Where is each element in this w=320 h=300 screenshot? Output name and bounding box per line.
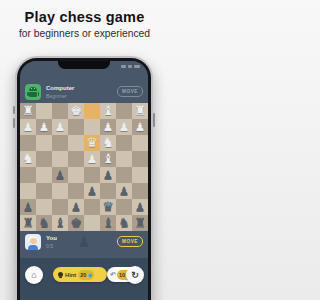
square-e5[interactable]: ♟: [84, 151, 100, 167]
bottom-toolbar: ⌂ Hint 20 ◆ ↶ 10 ◆ ↻: [20, 258, 148, 300]
square-b2[interactable]: [36, 199, 52, 215]
hint-label: Hint: [65, 272, 76, 278]
square-a6[interactable]: [20, 135, 36, 151]
piece-white-pawn: ♟: [23, 119, 33, 135]
battery-icon: [134, 65, 140, 68]
square-f5[interactable]: ♝: [100, 151, 116, 167]
square-f4[interactable]: ♟: [100, 167, 116, 183]
hint-button[interactable]: Hint 20 ◆: [53, 267, 107, 282]
square-f2[interactable]: ♛: [100, 199, 116, 215]
signal-icon: [121, 65, 126, 68]
piece-black-pawn: ♟: [87, 183, 97, 199]
page-subtitle: for beginners or experienced: [0, 28, 169, 39]
power-button: [153, 113, 155, 127]
square-c1[interactable]: ♝: [52, 215, 68, 231]
piece-white-pawn: ♟: [87, 151, 97, 167]
square-d3[interactable]: [68, 183, 84, 199]
piece-white-pawn: ♟: [119, 119, 129, 135]
square-f8[interactable]: ♝: [100, 103, 116, 119]
square-e7[interactable]: [84, 119, 100, 135]
piece-white-pawn: ♟: [55, 119, 65, 135]
square-g6[interactable]: [116, 135, 132, 151]
piece-black-rook: ♜: [22, 215, 34, 231]
gem-icon: ◆: [87, 272, 92, 278]
piece-black-pawn: ♟: [71, 199, 81, 215]
piece-black-rook: ♜: [134, 215, 146, 231]
square-h5[interactable]: [132, 151, 148, 167]
home-button[interactable]: ⌂: [25, 266, 43, 284]
undo-icon: ↶: [110, 271, 116, 279]
piece-black-pawn: ♟: [103, 167, 113, 183]
square-d1[interactable]: ♚: [68, 215, 84, 231]
square-e2[interactable]: [84, 199, 100, 215]
square-f1[interactable]: ♝: [100, 215, 116, 231]
square-f6[interactable]: ♞: [100, 135, 116, 151]
phone-frame: Computer Beginner MOVE ♜♚♝♜♟♟♟♟♟♟♛♞♞♟♝♟♟…: [15, 56, 153, 300]
wifi-icon: [128, 65, 132, 68]
square-c3[interactable]: [52, 183, 68, 199]
square-g8[interactable]: [116, 103, 132, 119]
piece-white-rook: ♜: [134, 103, 146, 119]
square-d4[interactable]: [68, 167, 84, 183]
piece-white-rook: ♜: [22, 103, 34, 119]
square-h6[interactable]: [132, 135, 148, 151]
square-f7[interactable]: ♟: [100, 119, 116, 135]
square-a5[interactable]: ♞: [20, 151, 36, 167]
square-e1[interactable]: [84, 215, 100, 231]
square-b8[interactable]: [36, 103, 52, 119]
piece-black-pawn: ♟: [23, 199, 33, 215]
volume-up-button: [13, 106, 15, 114]
notch: [58, 61, 110, 69]
square-c8[interactable]: [52, 103, 68, 119]
piece-black-knight: ♞: [118, 215, 130, 231]
piece-black-pawn: ♟: [135, 199, 145, 215]
square-b4[interactable]: [36, 167, 52, 183]
square-c6[interactable]: [52, 135, 68, 151]
square-h2[interactable]: ♟: [132, 199, 148, 215]
square-g4[interactable]: [116, 167, 132, 183]
square-a8[interactable]: ♜: [20, 103, 36, 119]
undo-cost: 10: [119, 272, 125, 278]
piece-white-bishop: ♝: [102, 151, 114, 167]
square-b6[interactable]: [36, 135, 52, 151]
computer-level: Beginner: [46, 93, 67, 99]
square-g3[interactable]: ♟: [116, 183, 132, 199]
square-a3[interactable]: [20, 183, 36, 199]
square-a1[interactable]: ♜: [20, 215, 36, 231]
page-title: Play chess game: [0, 9, 169, 25]
square-c5[interactable]: [52, 151, 68, 167]
piece-black-bishop: ♝: [102, 215, 114, 231]
piece-black-queen: ♛: [102, 199, 114, 215]
piece-white-king: ♚: [70, 103, 82, 119]
square-c7[interactable]: ♟: [52, 119, 68, 135]
square-e6[interactable]: ♛: [84, 135, 100, 151]
square-c4[interactable]: ♟: [52, 167, 68, 183]
phone-screen: Computer Beginner MOVE ♜♚♝♜♟♟♟♟♟♟♛♞♞♟♝♟♟…: [20, 61, 148, 300]
square-a2[interactable]: ♟: [20, 199, 36, 215]
square-b1[interactable]: ♞: [36, 215, 52, 231]
piece-black-pawn: ♟: [119, 183, 129, 199]
square-a7[interactable]: ♟: [20, 119, 36, 135]
square-f3[interactable]: [100, 183, 116, 199]
square-h8[interactable]: ♜: [132, 103, 148, 119]
square-h3[interactable]: [132, 183, 148, 199]
top-player-bar: Computer Beginner MOVE: [20, 84, 148, 104]
piece-black-knight: ♞: [38, 215, 50, 231]
square-e3[interactable]: ♟: [84, 183, 100, 199]
square-e8[interactable]: [84, 103, 100, 119]
square-a4[interactable]: [20, 167, 36, 183]
square-g5[interactable]: [116, 151, 132, 167]
piece-white-pawn: ♟: [103, 119, 113, 135]
square-d2[interactable]: ♟: [68, 199, 84, 215]
square-b7[interactable]: ♟: [36, 119, 52, 135]
chess-board: ♜♚♝♜♟♟♟♟♟♟♛♞♞♟♝♟♟♟♟♟♟♛♟♜♞♝♚♝♞♜: [20, 103, 148, 231]
hint-cost: 20: [80, 272, 86, 278]
square-b3[interactable]: [36, 183, 52, 199]
piece-white-pawn: ♟: [39, 119, 49, 135]
piece-black-pawn: ♟: [55, 167, 65, 183]
square-d5[interactable]: [68, 151, 84, 167]
square-d8[interactable]: ♚: [68, 103, 84, 119]
hint-cost-badge: 20 ◆: [78, 270, 94, 280]
piece-white-bishop: ♝: [102, 103, 114, 119]
volume-down-button: [13, 118, 15, 128]
square-d7[interactable]: [68, 119, 84, 135]
square-g1[interactable]: ♞: [116, 215, 132, 231]
hint-bulb-icon: [58, 272, 63, 277]
robot-avatar-icon: [25, 84, 41, 100]
status-icons: [121, 65, 140, 68]
piece-black-bishop: ♝: [54, 215, 66, 231]
hero-text: Play chess game for beginners or experie…: [0, 0, 169, 39]
computer-name: Computer: [46, 85, 74, 91]
square-h4[interactable]: [132, 167, 148, 183]
piece-white-queen: ♛: [86, 135, 98, 151]
square-d6[interactable]: [68, 135, 84, 151]
square-e4[interactable]: [84, 167, 100, 183]
piece-white-pawn: ♟: [135, 119, 145, 135]
square-h1[interactable]: ♜: [132, 215, 148, 231]
square-c2[interactable]: [52, 199, 68, 215]
piece-white-knight: ♞: [102, 135, 114, 151]
redo-icon: ↻: [131, 270, 139, 280]
square-b5[interactable]: [36, 151, 52, 167]
home-icon: ⌂: [31, 270, 36, 280]
redo-button[interactable]: ↻: [126, 266, 144, 284]
computer-move-button[interactable]: MOVE: [117, 86, 143, 97]
piece-white-knight: ♞: [22, 151, 34, 167]
square-g7[interactable]: ♟: [116, 119, 132, 135]
piece-black-king: ♚: [70, 215, 82, 231]
pawn-watermark-icon: ♟: [20, 233, 148, 251]
square-g2[interactable]: [116, 199, 132, 215]
square-h7[interactable]: ♟: [132, 119, 148, 135]
